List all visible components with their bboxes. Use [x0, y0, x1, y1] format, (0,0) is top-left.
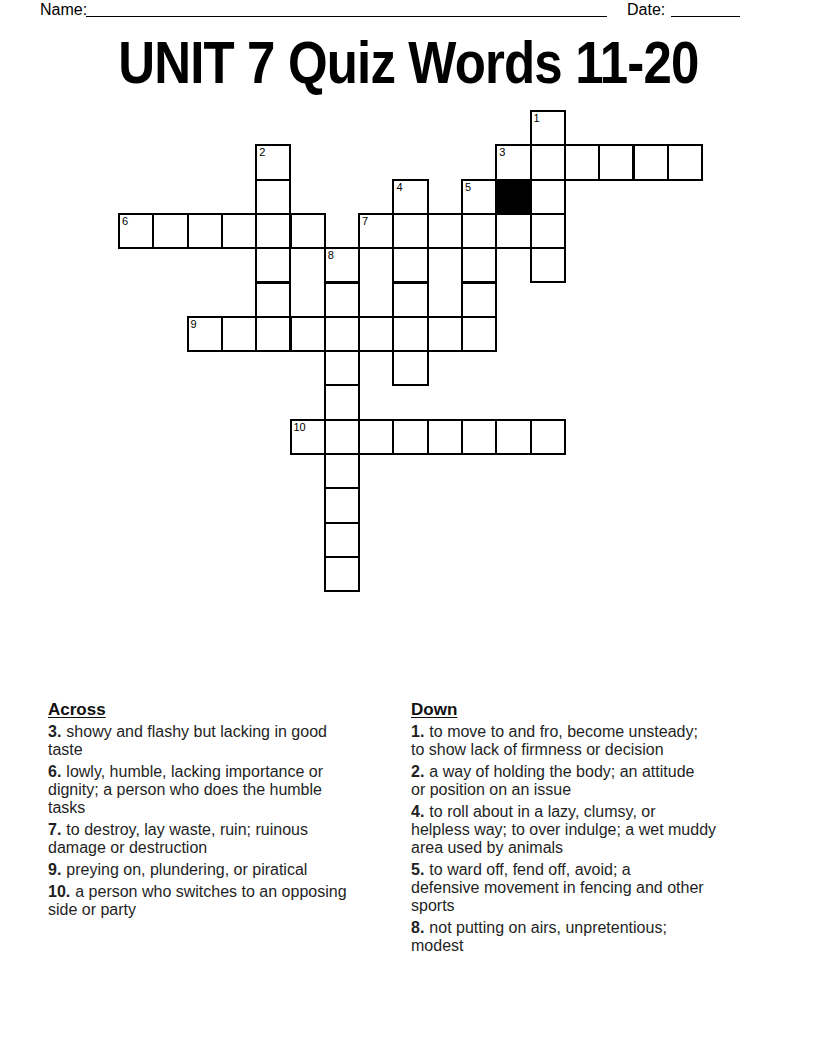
- clue-down-8-number: 8.: [411, 919, 424, 936]
- clue-across-6-number: 6.: [48, 763, 61, 780]
- grid-cell[interactable]: [495, 213, 531, 249]
- grid-cell[interactable]: [392, 316, 428, 352]
- grid-cell[interactable]: [461, 213, 497, 249]
- grid-cell[interactable]: [495, 419, 531, 455]
- clue-across-7-number: 7.: [48, 821, 61, 838]
- grid-number-3: 3: [499, 146, 505, 159]
- grid-cell[interactable]: [358, 316, 394, 352]
- grid-cell[interactable]: [324, 453, 360, 489]
- grid-cell[interactable]: 9: [187, 316, 223, 352]
- grid-cell[interactable]: [633, 144, 669, 180]
- down-header: Down: [411, 701, 803, 719]
- clue-across-9: 9.preying on, plundering, or piratical: [48, 861, 400, 879]
- across-header: Across: [48, 701, 400, 719]
- clue-down-2-number: 2.: [411, 763, 424, 780]
- grid-cell[interactable]: [461, 282, 497, 318]
- clue-down-4: 4.to roll about in a lazy, clumsy, or he…: [411, 803, 803, 857]
- clue-down-1: 1.to move to and fro, become unsteady; t…: [411, 723, 803, 759]
- clue-across-9-text: preying on, plundering, or piratical: [66, 861, 307, 878]
- clue-across-7-text: to destroy, lay waste, ruin; ruinous dam…: [48, 821, 308, 856]
- grid-cell[interactable]: [221, 213, 257, 249]
- grid-cell[interactable]: 2: [255, 144, 291, 180]
- grid-cell[interactable]: [392, 213, 428, 249]
- grid-number-4: 4: [396, 181, 402, 194]
- grid-cell[interactable]: [427, 316, 463, 352]
- clue-across-10-text: a person who switches to an opposing sid…: [48, 883, 347, 918]
- grid-cell[interactable]: [564, 144, 600, 180]
- clue-across-3-number: 3.: [48, 723, 61, 740]
- grid-number-9: 9: [191, 318, 197, 331]
- grid-cell[interactable]: [152, 213, 188, 249]
- down-clues-section: Down 1.to move to and fro, become unstea…: [411, 701, 803, 959]
- grid-cell[interactable]: [324, 384, 360, 420]
- grid-cell[interactable]: 5: [461, 179, 497, 215]
- grid-cell[interactable]: [530, 247, 566, 283]
- grid-number-1: 1: [534, 112, 540, 125]
- grid-cell[interactable]: [461, 316, 497, 352]
- grid-cell[interactable]: [324, 350, 360, 386]
- grid-cell[interactable]: [290, 316, 326, 352]
- clue-down-4-number: 4.: [411, 803, 424, 820]
- clue-down-8: 8.not putting on airs, unpretentious; mo…: [411, 919, 803, 955]
- grid-cell[interactable]: 7: [358, 213, 394, 249]
- grid-cell[interactable]: 6: [118, 213, 154, 249]
- grid-cell[interactable]: [461, 247, 497, 283]
- grid-cell[interactable]: [461, 419, 497, 455]
- grid-cell[interactable]: [530, 144, 566, 180]
- clue-down-4-text: to roll about in a lazy, clumsy, or help…: [411, 803, 716, 856]
- grid-number-5: 5: [465, 181, 471, 194]
- clue-across-3-text: showy and flashy but lacking in good tas…: [48, 723, 327, 758]
- grid-cell[interactable]: [392, 282, 428, 318]
- grid-cell[interactable]: [427, 419, 463, 455]
- grid-number-10: 10: [294, 421, 306, 434]
- grid-cell[interactable]: [530, 419, 566, 455]
- grid-cell[interactable]: [255, 213, 291, 249]
- clue-down-8-text: not putting on airs, unpretentious; mode…: [411, 919, 667, 954]
- clue-across-10: 10.a person who switches to an opposing …: [48, 883, 400, 919]
- grid-cell[interactable]: 8: [324, 247, 360, 283]
- grid-number-8: 8: [328, 249, 334, 262]
- clue-down-5-number: 5.: [411, 861, 424, 878]
- clue-across-10-number: 10.: [48, 883, 70, 900]
- grid-cell[interactable]: [427, 213, 463, 249]
- grid-cell[interactable]: [667, 144, 703, 180]
- clue-across-9-number: 9.: [48, 861, 61, 878]
- clue-down-1-number: 1.: [411, 723, 424, 740]
- grid-cell[interactable]: [324, 282, 360, 318]
- grid-cell[interactable]: [187, 213, 223, 249]
- grid-cell[interactable]: [255, 316, 291, 352]
- grid-cell[interactable]: [358, 419, 394, 455]
- grid-cell[interactable]: [324, 487, 360, 523]
- crossword-worksheet-page: Name: Date: UNIT 7 Quiz Words 11-20 1234…: [0, 0, 816, 1056]
- across-clues-section: Across 3.showy and flashy but lacking in…: [48, 701, 400, 923]
- clue-across-6-text: lowly, humble, lacking importance or dig…: [48, 763, 323, 816]
- grid-number-6: 6: [122, 215, 128, 228]
- grid-number-7: 7: [362, 215, 368, 228]
- grid-cell[interactable]: [392, 419, 428, 455]
- grid-cell[interactable]: [530, 213, 566, 249]
- grid-cell[interactable]: [255, 282, 291, 318]
- grid-cell[interactable]: [324, 556, 360, 592]
- grid-cell[interactable]: [324, 522, 360, 558]
- black-cell: [495, 179, 531, 215]
- clue-down-2: 2.a way of holding the body; an attitude…: [411, 763, 803, 799]
- grid-cell[interactable]: [324, 316, 360, 352]
- crossword-grid: 12345678910: [0, 0, 816, 700]
- grid-cell[interactable]: [530, 179, 566, 215]
- grid-number-2: 2: [259, 146, 265, 159]
- clue-down-2-text: a way of holding the body; an attitude o…: [411, 763, 694, 798]
- grid-cell[interactable]: [290, 213, 326, 249]
- grid-cell[interactable]: [598, 144, 634, 180]
- clue-across-3: 3.showy and flashy but lacking in good t…: [48, 723, 400, 759]
- clue-across-7: 7.to destroy, lay waste, ruin; ruinous d…: [48, 821, 400, 857]
- grid-cell[interactable]: 4: [392, 179, 428, 215]
- grid-cell[interactable]: [255, 247, 291, 283]
- clue-down-5-text: to ward off, fend off, avoid; a defensiv…: [411, 861, 704, 914]
- grid-cell[interactable]: [255, 179, 291, 215]
- clue-down-1-text: to move to and fro, become unsteady; to …: [411, 723, 698, 758]
- grid-cell[interactable]: 1: [530, 110, 566, 146]
- grid-cell[interactable]: [221, 316, 257, 352]
- grid-cell[interactable]: 10: [290, 419, 326, 455]
- grid-cell[interactable]: [392, 350, 428, 386]
- grid-cell[interactable]: [324, 419, 360, 455]
- grid-cell[interactable]: 3: [495, 144, 531, 180]
- clue-down-5: 5.to ward off, fend off, avoid; a defens…: [411, 861, 803, 915]
- clue-across-6: 6.lowly, humble, lacking importance or d…: [48, 763, 400, 817]
- grid-cell[interactable]: [392, 247, 428, 283]
